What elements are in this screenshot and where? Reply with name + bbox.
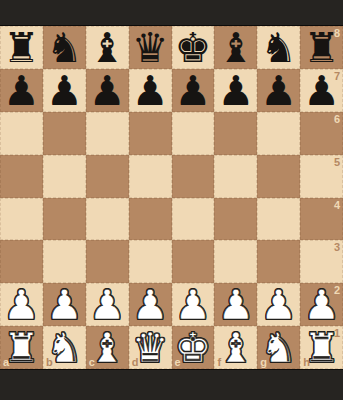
square-a2[interactable]: ♟ <box>0 283 43 326</box>
rank-label-3: 3 <box>334 242 340 253</box>
black-queen-d8[interactable]: ♛ <box>132 28 169 69</box>
square-g2[interactable]: ♟ <box>257 283 300 326</box>
square-h8[interactable]: ♜8 <box>300 26 343 69</box>
file-label-a: a <box>3 357 9 368</box>
black-pawn-g7[interactable]: ♟ <box>260 71 297 112</box>
chess-board: ♜♞♝♛♚♝♞♜8♟♟♟♟♟♟♟♟76543♟♟♟♟♟♟♟♟2♜a♞b♝c♛d♚… <box>0 26 343 369</box>
white-pawn-d2[interactable]: ♟ <box>132 285 169 326</box>
square-b7[interactable]: ♟ <box>43 69 86 112</box>
square-d1[interactable]: ♛d <box>129 326 172 369</box>
square-h2[interactable]: ♟2 <box>300 283 343 326</box>
square-f6[interactable] <box>214 112 257 155</box>
square-d3[interactable] <box>129 240 172 283</box>
square-e6[interactable] <box>172 112 215 155</box>
rank-label-6: 6 <box>334 114 340 125</box>
file-label-d: d <box>132 357 139 368</box>
square-e7[interactable]: ♟ <box>172 69 215 112</box>
square-d5[interactable] <box>129 155 172 198</box>
square-a1[interactable]: ♜a <box>0 326 43 369</box>
square-h5[interactable]: 5 <box>300 155 343 198</box>
square-b4[interactable] <box>43 198 86 241</box>
square-a3[interactable] <box>0 240 43 283</box>
rank-label-7: 7 <box>334 71 340 82</box>
square-b8[interactable]: ♞ <box>43 26 86 69</box>
square-a7[interactable]: ♟ <box>0 69 43 112</box>
black-knight-g8[interactable]: ♞ <box>260 28 297 69</box>
square-g7[interactable]: ♟ <box>257 69 300 112</box>
square-c5[interactable] <box>86 155 129 198</box>
square-g6[interactable] <box>257 112 300 155</box>
white-pawn-e2[interactable]: ♟ <box>175 285 212 326</box>
rank-label-8: 8 <box>334 28 340 39</box>
square-d8[interactable]: ♛ <box>129 26 172 69</box>
black-pawn-b7[interactable]: ♟ <box>46 71 83 112</box>
black-bishop-c8[interactable]: ♝ <box>89 28 126 69</box>
square-f1[interactable]: ♝f <box>214 326 257 369</box>
file-label-e: e <box>175 357 181 368</box>
rank-label-2: 2 <box>334 285 340 296</box>
square-d6[interactable] <box>129 112 172 155</box>
square-h3[interactable]: 3 <box>300 240 343 283</box>
square-e1[interactable]: ♚e <box>172 326 215 369</box>
square-h7[interactable]: ♟7 <box>300 69 343 112</box>
square-g8[interactable]: ♞ <box>257 26 300 69</box>
square-a5[interactable] <box>0 155 43 198</box>
square-f3[interactable] <box>214 240 257 283</box>
square-a8[interactable]: ♜ <box>0 26 43 69</box>
square-d4[interactable] <box>129 198 172 241</box>
square-b5[interactable] <box>43 155 86 198</box>
square-c1[interactable]: ♝c <box>86 326 129 369</box>
file-label-f: f <box>217 357 221 368</box>
square-f5[interactable] <box>214 155 257 198</box>
square-g3[interactable] <box>257 240 300 283</box>
rank-label-4: 4 <box>334 200 340 211</box>
app-background: ♜♞♝♛♚♝♞♜8♟♟♟♟♟♟♟♟76543♟♟♟♟♟♟♟♟2♜a♞b♝c♛d♚… <box>0 0 343 400</box>
white-pawn-c2[interactable]: ♟ <box>89 285 126 326</box>
black-pawn-a7[interactable]: ♟ <box>3 71 40 112</box>
square-e4[interactable] <box>172 198 215 241</box>
black-king-e8[interactable]: ♚ <box>175 28 212 69</box>
square-c6[interactable] <box>86 112 129 155</box>
black-pawn-e7[interactable]: ♟ <box>175 71 212 112</box>
rank-label-1: 1 <box>334 328 340 339</box>
square-h4[interactable]: 4 <box>300 198 343 241</box>
file-label-g: g <box>260 357 267 368</box>
square-a6[interactable] <box>0 112 43 155</box>
square-c2[interactable]: ♟ <box>86 283 129 326</box>
square-h6[interactable]: 6 <box>300 112 343 155</box>
square-e3[interactable] <box>172 240 215 283</box>
white-pawn-f2[interactable]: ♟ <box>217 285 254 326</box>
file-label-b: b <box>46 357 53 368</box>
black-pawn-c7[interactable]: ♟ <box>89 71 126 112</box>
square-b3[interactable] <box>43 240 86 283</box>
square-f4[interactable] <box>214 198 257 241</box>
white-pawn-g2[interactable]: ♟ <box>260 285 297 326</box>
square-b6[interactable] <box>43 112 86 155</box>
square-f2[interactable]: ♟ <box>214 283 257 326</box>
square-e2[interactable]: ♟ <box>172 283 215 326</box>
black-rook-a8[interactable]: ♜ <box>3 28 40 69</box>
black-pawn-f7[interactable]: ♟ <box>217 71 254 112</box>
square-c7[interactable]: ♟ <box>86 69 129 112</box>
square-c3[interactable] <box>86 240 129 283</box>
file-label-h: h <box>303 357 310 368</box>
square-c4[interactable] <box>86 198 129 241</box>
square-d2[interactable]: ♟ <box>129 283 172 326</box>
square-b2[interactable]: ♟ <box>43 283 86 326</box>
white-pawn-b2[interactable]: ♟ <box>46 285 83 326</box>
square-e5[interactable] <box>172 155 215 198</box>
square-h1[interactable]: ♜1h <box>300 326 343 369</box>
black-knight-b8[interactable]: ♞ <box>46 28 83 69</box>
square-g1[interactable]: ♞g <box>257 326 300 369</box>
square-a4[interactable] <box>0 198 43 241</box>
square-f7[interactable]: ♟ <box>214 69 257 112</box>
square-g4[interactable] <box>257 198 300 241</box>
square-g5[interactable] <box>257 155 300 198</box>
square-e8[interactable]: ♚ <box>172 26 215 69</box>
square-c8[interactable]: ♝ <box>86 26 129 69</box>
square-f8[interactable]: ♝ <box>214 26 257 69</box>
rank-label-5: 5 <box>334 157 340 168</box>
black-bishop-f8[interactable]: ♝ <box>217 28 254 69</box>
file-label-c: c <box>89 357 95 368</box>
black-pawn-d7[interactable]: ♟ <box>132 71 169 112</box>
square-b1[interactable]: ♞b <box>43 326 86 369</box>
white-bishop-f1[interactable]: ♝ <box>217 328 254 369</box>
white-pawn-a2[interactable]: ♟ <box>3 285 40 326</box>
square-d7[interactable]: ♟ <box>129 69 172 112</box>
